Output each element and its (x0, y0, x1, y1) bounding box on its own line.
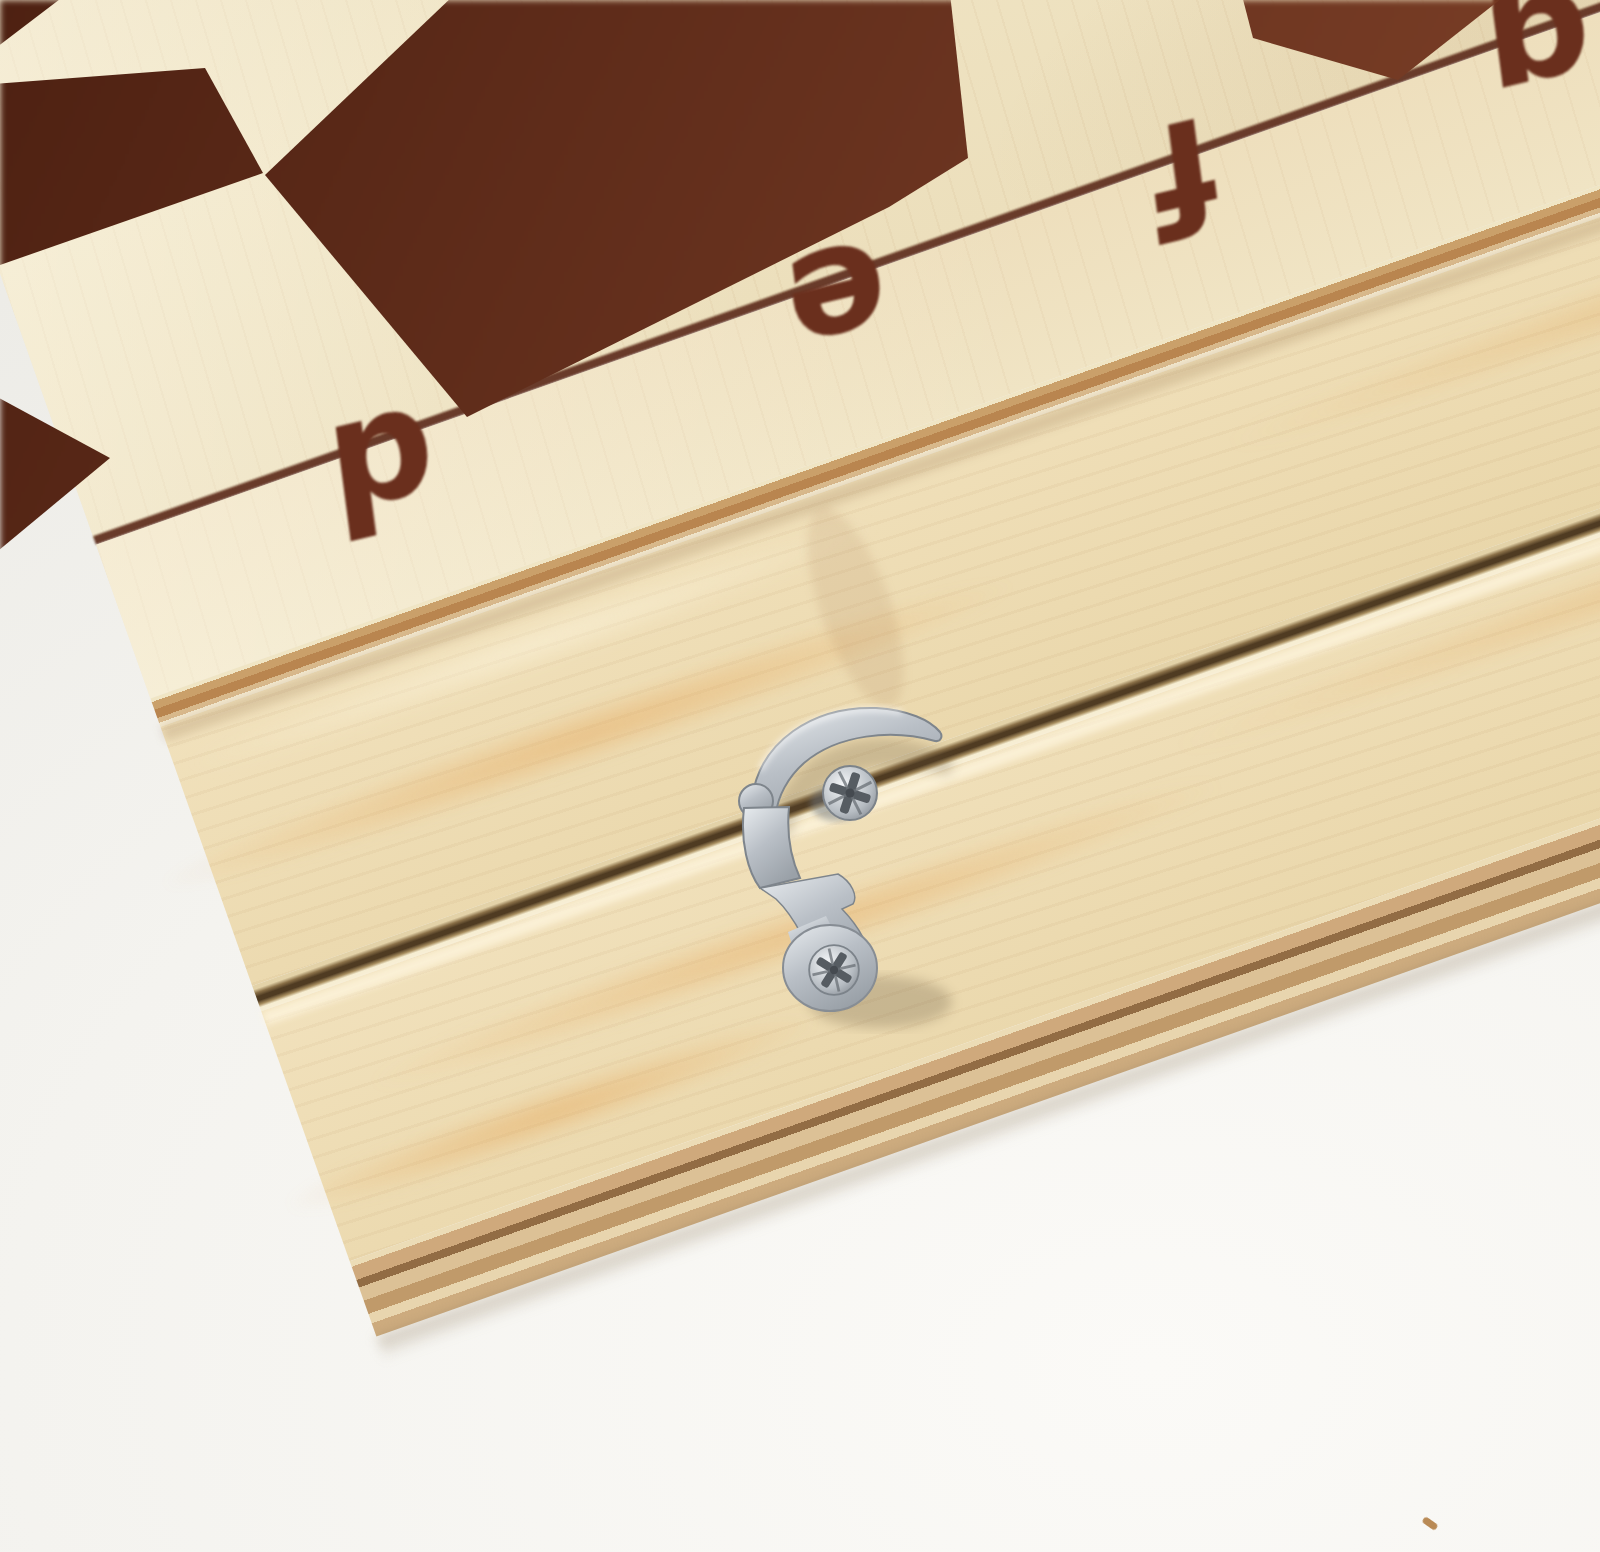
hook-latch (690, 650, 1010, 1050)
photo-scene: c d e f g (0, 0, 1600, 1552)
file-label-g: g (1451, 0, 1600, 146)
file-label-d: d (294, 371, 471, 568)
latch-screw-bottom (809, 945, 859, 995)
